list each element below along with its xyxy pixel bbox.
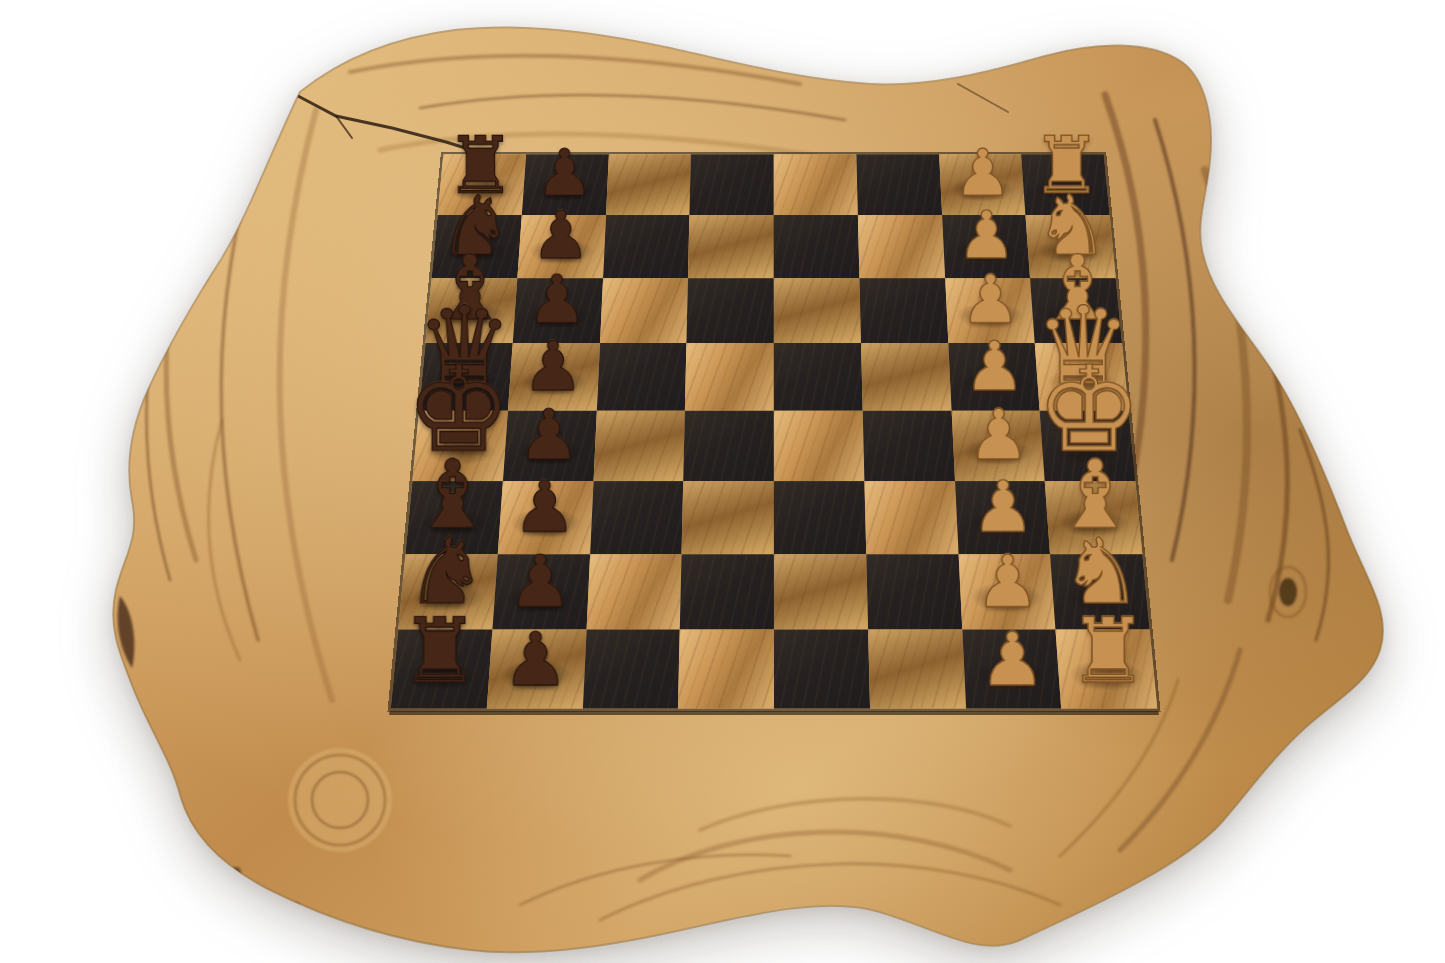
- piece-white-rook-h1[interactable]: ♜: [1068, 606, 1148, 696]
- square-a6[interactable]: [606, 154, 691, 215]
- square-d6[interactable]: [596, 343, 686, 411]
- square-d3[interactable]: [861, 343, 951, 411]
- square-a3[interactable]: [856, 154, 942, 215]
- square-e4[interactable]: [774, 411, 864, 481]
- square-d5[interactable]: [685, 343, 774, 411]
- square-c4[interactable]: [774, 278, 861, 343]
- board-perspective-wrap: ♜♟♟♜♞♟♟♞♝♟♟♝♛♟♟♛♚♟♟♚♝♟♟♝♞♟♟♞♜♟♟♜: [388, 152, 1154, 706]
- square-h3[interactable]: [868, 630, 966, 709]
- square-c3[interactable]: [859, 278, 948, 343]
- square-d4[interactable]: [774, 343, 863, 411]
- piece-black-rook-h8[interactable]: ♜: [399, 606, 479, 696]
- square-h4[interactable]: [774, 630, 870, 709]
- square-e3[interactable]: [862, 411, 954, 481]
- square-c5[interactable]: [687, 278, 774, 343]
- square-a5[interactable]: [690, 154, 774, 215]
- square-h6[interactable]: [582, 630, 680, 709]
- square-f4[interactable]: [774, 481, 866, 554]
- square-e6[interactable]: [593, 411, 685, 481]
- square-g3[interactable]: [866, 554, 962, 630]
- square-e5[interactable]: [683, 411, 773, 481]
- square-b5[interactable]: [688, 215, 774, 278]
- square-h5[interactable]: [678, 630, 774, 709]
- square-g5[interactable]: [680, 554, 774, 630]
- square-b6[interactable]: [603, 215, 690, 278]
- piece-white-pawn-b2[interactable]: ♟: [957, 202, 1016, 268]
- piece-white-pawn-g2[interactable]: ♟: [976, 545, 1041, 617]
- piece-black-pawn-h7[interactable]: ♟: [502, 622, 568, 696]
- square-g4[interactable]: [774, 554, 868, 630]
- square-h7[interactable]: ♟: [487, 630, 587, 709]
- piece-white-pawn-e2[interactable]: ♟: [968, 400, 1030, 470]
- square-c6[interactable]: [600, 278, 689, 343]
- square-f6[interactable]: [590, 481, 684, 554]
- square-g6[interactable]: [586, 554, 682, 630]
- square-f3[interactable]: [864, 481, 958, 554]
- piece-white-pawn-d2[interactable]: ♟: [964, 331, 1025, 399]
- piece-black-pawn-c7[interactable]: ♟: [527, 265, 587, 332]
- square-h8[interactable]: ♜: [391, 630, 492, 709]
- piece-black-pawn-f7[interactable]: ♟: [512, 471, 576, 542]
- piece-black-pawn-b7[interactable]: ♟: [531, 202, 590, 268]
- square-h1[interactable]: ♜: [1056, 630, 1158, 709]
- square-h2[interactable]: ♟: [962, 630, 1062, 709]
- piece-white-pawn-h2[interactable]: ♟: [980, 622, 1046, 696]
- piece-white-pawn-c2[interactable]: ♟: [961, 265, 1021, 332]
- square-b4[interactable]: [774, 215, 860, 278]
- chess-board: ♜♟♟♜♞♟♟♞♝♟♟♝♛♟♟♛♚♟♟♚♝♟♟♝♞♟♟♞♜♟♟♜: [388, 152, 1161, 711]
- piece-black-pawn-g7[interactable]: ♟: [507, 545, 572, 617]
- piece-black-pawn-e7[interactable]: ♟: [517, 400, 579, 470]
- square-f5[interactable]: [682, 481, 774, 554]
- square-b3[interactable]: [858, 215, 945, 278]
- photo-scene: ♜♟♟♜♞♟♟♞♝♟♟♝♛♟♟♛♚♟♟♚♝♟♟♝♞♟♟♞♜♟♟♜: [0, 0, 1445, 963]
- square-a4[interactable]: [774, 154, 858, 215]
- piece-black-pawn-d7[interactable]: ♟: [522, 331, 583, 399]
- piece-white-pawn-f2[interactable]: ♟: [972, 471, 1036, 542]
